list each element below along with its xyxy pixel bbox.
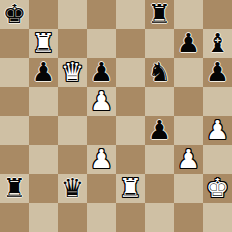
square-b4[interactable] <box>29 116 58 145</box>
square-c1[interactable] <box>58 203 87 232</box>
piece-white-rook[interactable]: ♜ <box>119 174 142 203</box>
square-g4[interactable] <box>174 116 203 145</box>
piece-black-pawn[interactable]: ♟ <box>148 116 171 145</box>
square-a6[interactable] <box>0 58 29 87</box>
square-e2[interactable]: ♜ <box>116 174 145 203</box>
square-f2[interactable] <box>145 174 174 203</box>
piece-black-king[interactable]: ♚ <box>3 0 26 29</box>
square-e7[interactable] <box>116 29 145 58</box>
piece-white-king[interactable]: ♚ <box>206 174 229 203</box>
square-h8[interactable] <box>203 0 232 29</box>
square-f8[interactable]: ♜ <box>145 0 174 29</box>
piece-white-pawn[interactable]: ♟ <box>206 116 229 145</box>
square-f3[interactable] <box>145 145 174 174</box>
square-c8[interactable] <box>58 0 87 29</box>
square-g2[interactable] <box>174 174 203 203</box>
square-a8[interactable]: ♚ <box>0 0 29 29</box>
piece-black-rook[interactable]: ♜ <box>3 174 26 203</box>
square-a7[interactable] <box>0 29 29 58</box>
square-d2[interactable] <box>87 174 116 203</box>
piece-black-pawn[interactable]: ♟ <box>90 58 113 87</box>
square-h7[interactable]: ♝ <box>203 29 232 58</box>
square-b3[interactable] <box>29 145 58 174</box>
square-f4[interactable]: ♟ <box>145 116 174 145</box>
square-a2[interactable]: ♜ <box>0 174 29 203</box>
piece-black-pawn[interactable]: ♟ <box>206 58 229 87</box>
square-d3[interactable]: ♟ <box>87 145 116 174</box>
square-h3[interactable] <box>203 145 232 174</box>
square-h1[interactable] <box>203 203 232 232</box>
square-c2[interactable]: ♛ <box>58 174 87 203</box>
piece-white-rook[interactable]: ♜ <box>32 29 55 58</box>
square-g3[interactable]: ♟ <box>174 145 203 174</box>
square-e6[interactable] <box>116 58 145 87</box>
square-h5[interactable] <box>203 87 232 116</box>
square-e1[interactable] <box>116 203 145 232</box>
square-c7[interactable] <box>58 29 87 58</box>
piece-white-queen[interactable]: ♛ <box>61 58 84 87</box>
square-d5[interactable]: ♟ <box>87 87 116 116</box>
piece-black-knight[interactable]: ♞ <box>148 58 171 87</box>
square-d6[interactable]: ♟ <box>87 58 116 87</box>
square-g7[interactable]: ♟ <box>174 29 203 58</box>
square-e3[interactable] <box>116 145 145 174</box>
square-a4[interactable] <box>0 116 29 145</box>
square-h4[interactable]: ♟ <box>203 116 232 145</box>
square-f6[interactable]: ♞ <box>145 58 174 87</box>
piece-black-pawn[interactable]: ♟ <box>177 29 200 58</box>
chess-board: ♚♜♜♟♝♟♛♟♞♟♟♟♟♟♟♜♛♜♚ <box>0 0 232 232</box>
square-d8[interactable] <box>87 0 116 29</box>
square-b7[interactable]: ♜ <box>29 29 58 58</box>
square-g1[interactable] <box>174 203 203 232</box>
square-d4[interactable] <box>87 116 116 145</box>
square-d1[interactable] <box>87 203 116 232</box>
square-e4[interactable] <box>116 116 145 145</box>
square-f7[interactable] <box>145 29 174 58</box>
piece-black-rook[interactable]: ♜ <box>148 0 171 29</box>
square-g5[interactable] <box>174 87 203 116</box>
square-h6[interactable]: ♟ <box>203 58 232 87</box>
square-e5[interactable] <box>116 87 145 116</box>
piece-black-pawn[interactable]: ♟ <box>32 58 55 87</box>
square-d7[interactable] <box>87 29 116 58</box>
square-c3[interactable] <box>58 145 87 174</box>
square-h2[interactable]: ♚ <box>203 174 232 203</box>
square-b1[interactable] <box>29 203 58 232</box>
square-g6[interactable] <box>174 58 203 87</box>
square-c4[interactable] <box>58 116 87 145</box>
square-b5[interactable] <box>29 87 58 116</box>
square-a5[interactable] <box>0 87 29 116</box>
square-b8[interactable] <box>29 0 58 29</box>
square-c6[interactable]: ♛ <box>58 58 87 87</box>
square-f5[interactable] <box>145 87 174 116</box>
piece-white-pawn[interactable]: ♟ <box>90 145 113 174</box>
piece-white-pawn[interactable]: ♟ <box>177 145 200 174</box>
piece-black-bishop[interactable]: ♝ <box>206 29 229 58</box>
square-b6[interactable]: ♟ <box>29 58 58 87</box>
piece-black-queen[interactable]: ♛ <box>61 174 84 203</box>
piece-white-pawn[interactable]: ♟ <box>90 87 113 116</box>
square-f1[interactable] <box>145 203 174 232</box>
square-a1[interactable] <box>0 203 29 232</box>
square-c5[interactable] <box>58 87 87 116</box>
square-e8[interactable] <box>116 0 145 29</box>
square-g8[interactable] <box>174 0 203 29</box>
square-a3[interactable] <box>0 145 29 174</box>
square-b2[interactable] <box>29 174 58 203</box>
